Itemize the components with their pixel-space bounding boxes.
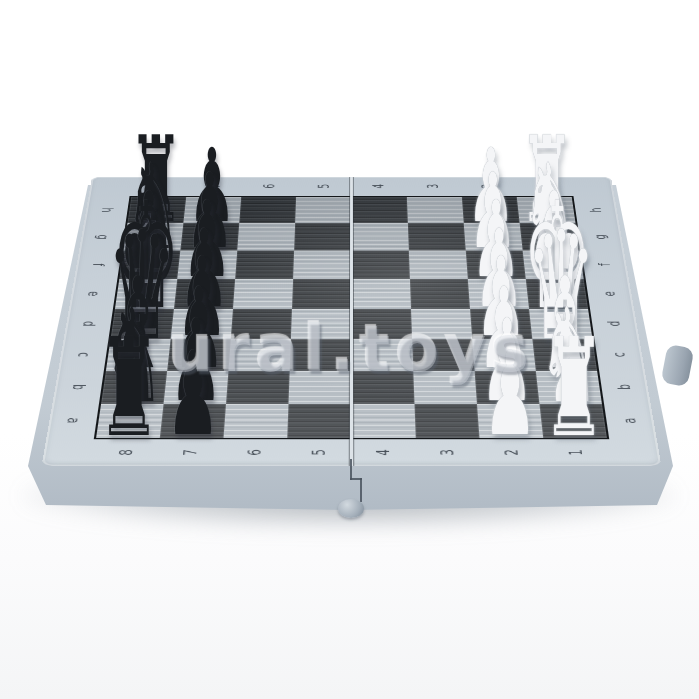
square-e7	[174, 279, 235, 308]
file-label-right-h: h	[588, 208, 604, 213]
rank-label-back-8: 8	[152, 184, 167, 188]
square-a1	[539, 404, 607, 438]
hinge-seam	[350, 459, 352, 480]
square-a7	[160, 404, 226, 438]
square-g7	[180, 223, 239, 250]
rank-label-front-6: 6	[246, 449, 264, 455]
square-e8	[115, 279, 177, 308]
square-b5	[289, 371, 352, 404]
hinge-seam	[360, 478, 362, 502]
product-photo: 8765432187654321hgfedcbahgfedcba ♜♞♝♛♚♝♞…	[0, 0, 699, 699]
square-b6	[226, 371, 290, 404]
file-label-left-a: a	[64, 418, 82, 424]
square-h8	[127, 197, 186, 223]
square-d8	[111, 309, 175, 340]
square-f6	[235, 251, 294, 279]
file-label-left-g: g	[94, 234, 110, 239]
square-e6	[233, 279, 293, 308]
file-label-left-d: d	[80, 321, 97, 326]
square-h5	[295, 197, 351, 223]
file-label-right-b: b	[616, 384, 634, 390]
rank-label-back-5: 5	[317, 184, 332, 188]
square-b7	[164, 371, 229, 404]
square-d6	[231, 309, 292, 340]
rank-label-back-4: 4	[371, 184, 386, 188]
square-c4	[352, 339, 413, 371]
square-d4	[352, 309, 412, 340]
square-b4	[352, 371, 415, 404]
square-h2	[462, 197, 520, 223]
square-a5	[288, 404, 352, 438]
square-b1	[536, 371, 602, 404]
square-b8	[101, 371, 167, 404]
file-label-right-f: f	[597, 263, 613, 266]
square-f5	[293, 251, 351, 279]
square-h6	[239, 197, 296, 223]
file-label-right-g: g	[592, 234, 608, 239]
square-d2	[470, 309, 532, 340]
square-h1	[517, 197, 576, 223]
square-h7	[183, 197, 241, 223]
rank-label-front-2: 2	[503, 449, 521, 455]
square-d3	[411, 309, 472, 340]
rank-label-back-2: 2	[481, 184, 496, 188]
square-e1	[526, 279, 588, 308]
square-f2	[466, 251, 526, 279]
file-label-left-b: b	[69, 384, 87, 390]
square-h4	[352, 197, 408, 223]
square-g6	[237, 223, 295, 250]
square-h3	[407, 197, 464, 223]
square-a6	[224, 404, 289, 438]
file-label-left-f: f	[90, 263, 106, 266]
square-b3	[413, 371, 477, 404]
rank-label-front-1: 1	[568, 449, 586, 455]
square-c8	[106, 339, 171, 371]
square-c3	[412, 339, 475, 371]
rank-label-front-3: 3	[439, 449, 457, 455]
rank-label-front-5: 5	[311, 449, 329, 455]
square-f7	[177, 251, 237, 279]
rank-label-front-7: 7	[182, 449, 200, 455]
file-label-left-c: c	[75, 352, 92, 357]
square-g8	[123, 223, 183, 250]
file-label-right-a: a	[621, 418, 639, 424]
square-a8	[96, 404, 164, 438]
file-label-left-h: h	[99, 208, 115, 213]
square-d7	[171, 309, 233, 340]
rank-label-back-3: 3	[426, 184, 441, 188]
square-g4	[352, 223, 409, 250]
square-c7	[167, 339, 231, 371]
square-c2	[472, 339, 536, 371]
square-g3	[408, 223, 466, 250]
fold-seam	[349, 177, 354, 466]
rank-label-back-1: 1	[535, 184, 550, 188]
square-d1	[529, 309, 593, 340]
file-label-right-e: e	[601, 291, 618, 296]
square-e4	[352, 279, 411, 308]
square-f3	[409, 251, 468, 279]
square-e3	[410, 279, 470, 308]
file-label-left-e: e	[85, 291, 102, 296]
rank-label-back-6: 6	[262, 184, 277, 188]
rank-label-back-7: 7	[207, 184, 222, 188]
latch-knob	[661, 344, 695, 387]
square-a4	[352, 404, 416, 438]
square-e5	[292, 279, 351, 308]
square-d5	[291, 309, 351, 340]
square-c6	[229, 339, 292, 371]
square-e2	[468, 279, 529, 308]
square-a3	[414, 404, 479, 438]
square-c1	[532, 339, 597, 371]
rank-label-front-4: 4	[375, 449, 393, 455]
square-g2	[464, 223, 523, 250]
hinge-knob	[338, 499, 364, 518]
square-f8	[119, 251, 180, 279]
square-f4	[352, 251, 410, 279]
chess-board: 8765432187654321hgfedcbahgfedcba	[42, 177, 662, 466]
file-label-right-c: c	[611, 352, 628, 357]
square-f1	[523, 251, 584, 279]
square-g1	[520, 223, 580, 250]
file-label-right-d: d	[606, 321, 623, 326]
square-b2	[474, 371, 539, 404]
square-a2	[477, 404, 543, 438]
square-c5	[290, 339, 351, 371]
rank-label-front-8: 8	[117, 449, 135, 455]
square-g5	[294, 223, 351, 250]
